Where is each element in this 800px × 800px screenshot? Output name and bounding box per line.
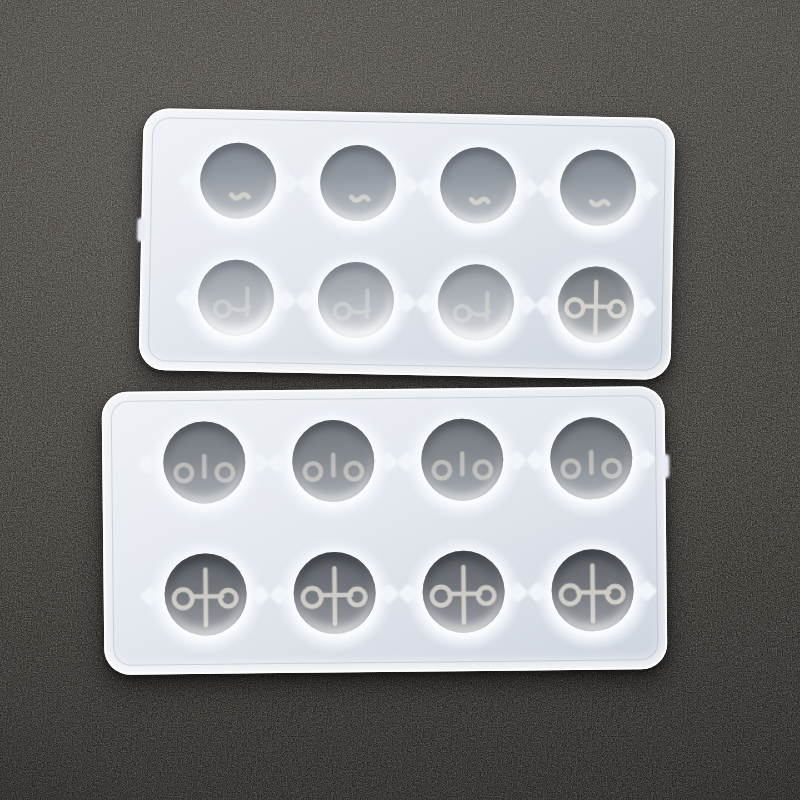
bottom-tray-cavity-r1c4 [526, 394, 656, 527]
top-tray [139, 108, 676, 380]
bottom-tray-cavity-r1c1 [139, 398, 269, 531]
top-tray-cavity-r1c1 [177, 124, 299, 243]
bottom-tray-cavity-r1c2 [268, 397, 398, 530]
twin-loop-wires [549, 417, 632, 500]
top-tray-cavity-r1c4 [537, 131, 659, 250]
cavity-opening [293, 552, 376, 635]
bottom-tray-cavity-r2c3 [398, 528, 528, 661]
eye-pin-wire [551, 549, 634, 632]
eye-pin-wire [293, 552, 376, 635]
bottom-tray-cavity-r2c4 [527, 526, 657, 659]
twin-loop-wires [420, 418, 503, 501]
eye-pin-wire [164, 553, 247, 636]
bottom-tray-cavity-r1c3 [397, 396, 527, 529]
bottom-tray-cavity-r2c1 [140, 530, 270, 663]
cavity-opening [164, 553, 247, 636]
top-tray-cavity-r2c3 [415, 245, 537, 364]
cavity-opening [549, 417, 632, 500]
cavity-opening [291, 420, 374, 503]
bottom-tray-cavity-r2c2 [269, 529, 399, 662]
cavity-opening [420, 418, 503, 501]
bottom-tray-cavity-grid [139, 394, 658, 663]
top-tray-cavity-r1c3 [417, 128, 539, 247]
mold-edge-tab [661, 454, 669, 478]
mold-edge-tab [137, 218, 145, 242]
bottom-tray [102, 386, 668, 675]
cavity-opening [422, 550, 505, 633]
top-tray-cavity-grid [175, 124, 659, 367]
eye-pin-wire [422, 550, 505, 633]
top-tray-cavity-r2c2 [295, 243, 417, 362]
cavity-opening [551, 549, 634, 632]
top-tray-cavity-r1c2 [297, 126, 419, 245]
top-tray-cavity-r2c1 [175, 241, 297, 360]
top-tray-cavity-r2c4 [535, 247, 657, 366]
twin-loop-wires [291, 420, 374, 503]
cavity-opening [162, 421, 245, 504]
twin-loop-wires [162, 421, 245, 504]
product-photo [0, 0, 800, 800]
